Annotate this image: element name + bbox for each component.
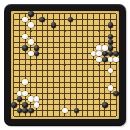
intersection[interactable] — [34, 45, 40, 51]
white-stone[interactable] — [102, 45, 108, 51]
white-stone[interactable] — [22, 79, 28, 85]
intersection[interactable] — [102, 102, 108, 108]
white-stone[interactable] — [28, 96, 34, 102]
white-stone[interactable] — [113, 57, 119, 63]
star-point — [64, 64, 66, 66]
intersection[interactable] — [113, 113, 119, 119]
black-stone[interactable] — [11, 102, 17, 108]
board-frame — [4, 4, 126, 126]
black-stone[interactable] — [22, 102, 28, 108]
intersection[interactable] — [102, 56, 108, 62]
white-stone[interactable] — [62, 108, 68, 114]
white-stone[interactable] — [34, 102, 40, 108]
star-point — [64, 98, 66, 100]
star-point — [64, 30, 66, 32]
intersection[interactable] — [28, 39, 34, 45]
intersection[interactable] — [22, 102, 28, 108]
white-stone[interactable] — [28, 51, 34, 57]
intersection[interactable] — [28, 22, 34, 28]
white-stone[interactable] — [28, 22, 34, 28]
intersection[interactable] — [34, 102, 40, 108]
screenshot-root — [0, 0, 130, 130]
black-stone[interactable] — [102, 102, 108, 108]
intersection[interactable] — [108, 45, 114, 51]
intersection[interactable] — [28, 96, 34, 102]
board-grid — [11, 11, 119, 119]
goban — [11, 11, 119, 119]
white-stone[interactable] — [28, 39, 34, 45]
star-point — [30, 64, 32, 66]
black-stone[interactable] — [102, 57, 108, 63]
intersection[interactable] — [22, 45, 28, 51]
star-point — [98, 98, 100, 100]
white-stone[interactable] — [22, 91, 28, 97]
intersection[interactable] — [113, 56, 119, 62]
star-point — [98, 30, 100, 32]
intersection[interactable] — [22, 79, 28, 85]
black-stone[interactable] — [28, 11, 34, 17]
intersection[interactable] — [11, 102, 17, 108]
black-stone[interactable] — [34, 45, 40, 51]
star-point — [98, 64, 100, 66]
intersection[interactable] — [62, 108, 68, 114]
black-stone[interactable] — [28, 108, 34, 114]
intersection[interactable] — [102, 51, 108, 57]
black-stone[interactable] — [22, 45, 28, 51]
intersection[interactable] — [113, 91, 119, 97]
black-stone[interactable] — [113, 91, 119, 97]
intersection[interactable] — [28, 11, 34, 17]
intersection[interactable] — [102, 45, 108, 51]
white-stone[interactable] — [108, 85, 114, 91]
intersection[interactable] — [108, 85, 114, 91]
black-stone[interactable] — [108, 45, 114, 51]
star-point — [30, 30, 32, 32]
black-stone[interactable] — [102, 51, 108, 57]
intersection[interactable] — [28, 108, 34, 114]
